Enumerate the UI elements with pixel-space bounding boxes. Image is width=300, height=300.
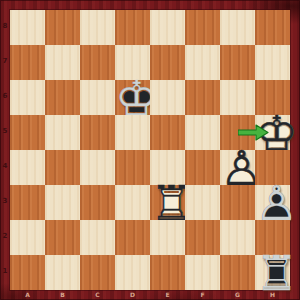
- square-d4[interactable]: [115, 150, 150, 185]
- square-b7[interactable]: [45, 45, 80, 80]
- rank-label-3: 3: [0, 197, 10, 205]
- file-label-b: B: [45, 290, 80, 299]
- square-f3[interactable]: [185, 185, 220, 220]
- square-f8[interactable]: [185, 10, 220, 45]
- square-a2[interactable]: [10, 220, 45, 255]
- square-e2[interactable]: [150, 220, 185, 255]
- square-e6[interactable]: [150, 80, 185, 115]
- square-a7[interactable]: [10, 45, 45, 80]
- square-b2[interactable]: [45, 220, 80, 255]
- rank-label-1: 1: [0, 267, 10, 275]
- square-e1[interactable]: [150, 255, 185, 290]
- square-e3[interactable]: ♜♖: [150, 185, 185, 220]
- square-d3[interactable]: [115, 185, 150, 220]
- square-g2[interactable]: [220, 220, 255, 255]
- square-g6[interactable]: [220, 80, 255, 115]
- square-d5[interactable]: [115, 115, 150, 150]
- square-b3[interactable]: [45, 185, 80, 220]
- square-b5[interactable]: [45, 115, 80, 150]
- file-label-h: H: [255, 290, 290, 299]
- square-c8[interactable]: [80, 10, 115, 45]
- rank-label-2: 2: [0, 232, 10, 240]
- square-h7[interactable]: [255, 45, 290, 80]
- square-f6[interactable]: [185, 80, 220, 115]
- square-g4[interactable]: ♟♙: [220, 150, 255, 185]
- square-h8[interactable]: [255, 10, 290, 45]
- square-a3[interactable]: [10, 185, 45, 220]
- square-g7[interactable]: [220, 45, 255, 80]
- rank-label-4: 4: [0, 162, 10, 170]
- square-b6[interactable]: [45, 80, 80, 115]
- square-f2[interactable]: [185, 220, 220, 255]
- square-f7[interactable]: [185, 45, 220, 80]
- square-c6[interactable]: [80, 80, 115, 115]
- square-b8[interactable]: [45, 10, 80, 45]
- square-c2[interactable]: [80, 220, 115, 255]
- chess-board: ♚♔♚♔♟♙♜♖♟♙♜♖: [10, 10, 290, 290]
- rank-label-7: 7: [0, 57, 10, 65]
- square-e8[interactable]: [150, 10, 185, 45]
- file-label-c: C: [80, 290, 115, 299]
- file-label-d: D: [115, 290, 150, 299]
- file-label-e: E: [150, 290, 185, 299]
- square-d6[interactable]: ♚♔: [115, 80, 150, 115]
- square-d2[interactable]: [115, 220, 150, 255]
- square-f5[interactable]: [185, 115, 220, 150]
- square-a6[interactable]: [10, 80, 45, 115]
- rank-label-8: 8: [0, 22, 10, 30]
- file-label-f: F: [185, 290, 220, 299]
- square-d1[interactable]: [115, 255, 150, 290]
- rank-label-5: 5: [0, 127, 10, 135]
- rank-label-6: 6: [0, 92, 10, 100]
- square-c3[interactable]: [80, 185, 115, 220]
- square-c1[interactable]: [80, 255, 115, 290]
- square-h3[interactable]: ♟♙: [255, 185, 290, 220]
- square-a1[interactable]: [10, 255, 45, 290]
- square-g3[interactable]: [220, 185, 255, 220]
- square-d8[interactable]: [115, 10, 150, 45]
- square-a8[interactable]: [10, 10, 45, 45]
- square-a4[interactable]: [10, 150, 45, 185]
- square-c5[interactable]: [80, 115, 115, 150]
- chess-diagram-frame: ♚♔♚♔♟♙♜♖♟♙♜♖ 87654321 ABCDEFGH: [0, 0, 300, 300]
- square-g8[interactable]: [220, 10, 255, 45]
- square-c4[interactable]: [80, 150, 115, 185]
- square-f1[interactable]: [185, 255, 220, 290]
- file-label-g: G: [220, 290, 255, 299]
- square-b1[interactable]: [45, 255, 80, 290]
- square-a5[interactable]: [10, 115, 45, 150]
- square-g1[interactable]: [220, 255, 255, 290]
- square-h1[interactable]: ♜♖: [255, 255, 290, 290]
- square-e5[interactable]: [150, 115, 185, 150]
- square-c7[interactable]: [80, 45, 115, 80]
- file-label-a: A: [10, 290, 45, 299]
- square-b4[interactable]: [45, 150, 80, 185]
